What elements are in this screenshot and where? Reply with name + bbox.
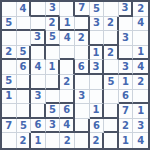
cell-r2c8[interactable]: 2 (104, 17, 119, 32)
given-digit: 7 (78, 3, 85, 13)
cell-r2c2[interactable] (17, 17, 32, 32)
given-digit: 5 (49, 32, 56, 42)
cell-r10c6[interactable] (75, 133, 90, 148)
cell-r1c8[interactable] (104, 2, 119, 17)
given-digit: 4 (137, 136, 144, 146)
cell-r4c2[interactable]: 5 (17, 46, 32, 61)
given-digit: 2 (49, 18, 56, 28)
cell-r10c4[interactable] (46, 133, 61, 148)
given-digit: 3 (49, 3, 56, 13)
given-digit: 2 (19, 136, 26, 146)
given-digit: 3 (137, 121, 144, 131)
cell-r10c8[interactable] (104, 133, 119, 148)
given-digit: 1 (137, 106, 144, 116)
cell-r1c10[interactable]: 2 (133, 2, 148, 17)
given-digit: 2 (137, 4, 144, 14)
cell-r8c8[interactable] (104, 104, 119, 119)
cell-r3c2[interactable] (17, 31, 32, 46)
given-digit: 7 (122, 106, 129, 116)
cell-r1c4[interactable]: 3 (46, 2, 61, 17)
given-digit: 4 (35, 62, 42, 72)
cell-r1c3[interactable] (31, 2, 46, 17)
cell-r9c9[interactable]: 2 (119, 119, 134, 134)
given-digit: 5 (49, 105, 56, 115)
cell-r8c5[interactable]: 6 (60, 104, 75, 119)
given-digit: 2 (5, 47, 12, 57)
given-digit: 1 (64, 18, 71, 28)
cell-r8c2[interactable] (17, 104, 32, 119)
cell-r8c10[interactable]: 1 (133, 104, 148, 119)
cell-r3c8[interactable] (104, 31, 119, 46)
cell-r6c3[interactable] (31, 75, 46, 90)
cell-r4c1[interactable]: 2 (2, 46, 17, 61)
cell-r3c1[interactable] (2, 31, 17, 46)
cell-r9c7[interactable]: 6 (90, 119, 105, 134)
cell-r2c4[interactable]: 2 (46, 17, 61, 32)
given-digit: 5 (5, 18, 12, 28)
cell-r9c5[interactable]: 4 (60, 119, 75, 134)
cell-r6c5[interactable]: 2 (60, 75, 75, 90)
given-digit: 5 (93, 4, 100, 14)
cell-r9c8[interactable] (104, 119, 119, 134)
cell-r9c2[interactable]: 5 (17, 119, 32, 134)
given-digit: 3 (92, 62, 99, 72)
cell-r1c1[interactable] (2, 2, 17, 17)
given-digit: 1 (137, 47, 144, 57)
cell-r5c5[interactable] (60, 60, 75, 75)
cell-r5c6[interactable]: 6 (75, 60, 90, 75)
cell-r5c2[interactable]: 6 (17, 60, 32, 75)
cell-r2c10[interactable]: 4 (133, 17, 148, 32)
given-digit: 2 (63, 77, 70, 87)
given-digit: 2 (92, 136, 99, 146)
given-digit: 6 (35, 120, 42, 130)
cell-r4c10[interactable]: 1 (133, 46, 148, 61)
cell-r5c3[interactable]: 4 (31, 60, 46, 75)
given-digit: 3 (78, 91, 85, 101)
given-digit: 3 (49, 120, 56, 130)
cell-r5c9[interactable]: 3 (119, 60, 134, 75)
cell-r4c3[interactable] (31, 46, 46, 61)
puzzle-board: 4375325213243542325121641633452512133656… (0, 0, 150, 150)
cell-r2c6[interactable] (75, 17, 90, 32)
cell-r6c10[interactable]: 2 (133, 75, 148, 90)
cell-r10c2[interactable]: 2 (17, 133, 32, 148)
cell-r3c5[interactable]: 4 (60, 31, 75, 46)
given-digit: 5 (5, 76, 12, 86)
cell-r10c10[interactable]: 4 (133, 133, 148, 148)
given-digit: 6 (63, 105, 70, 115)
cell-r3c9[interactable]: 3 (119, 31, 134, 46)
given-digit: 6 (78, 62, 85, 72)
given-digit: 1 (5, 91, 12, 101)
given-digit: 6 (93, 121, 100, 131)
given-digit: 4 (19, 4, 26, 14)
cell-r3c10[interactable] (133, 31, 148, 46)
cell-r10c9[interactable]: 1 (119, 133, 134, 148)
given-digit: 1 (35, 136, 42, 146)
cell-r2c5[interactable]: 1 (60, 17, 75, 32)
cell-r7c10[interactable] (133, 90, 148, 105)
given-digit: 1 (92, 48, 99, 58)
given-digit: 3 (122, 33, 129, 43)
cell-r4c5[interactable] (60, 46, 75, 61)
cell-r9c1[interactable]: 7 (2, 119, 17, 134)
given-digit: 5 (19, 47, 26, 57)
cell-r9c3[interactable]: 6 (31, 119, 46, 134)
cell-r8c1[interactable] (2, 104, 17, 119)
cell-r2c1[interactable]: 5 (2, 17, 17, 32)
given-digit: 5 (20, 121, 27, 131)
cell-r2c9[interactable] (119, 17, 134, 32)
given-digit: 6 (122, 91, 129, 101)
given-digit: 4 (64, 33, 71, 43)
cell-r8c4[interactable]: 5 (46, 104, 61, 119)
cell-r4c7[interactable]: 1 (90, 46, 105, 61)
cell-r7c4[interactable] (46, 90, 61, 105)
given-digit: 3 (35, 91, 42, 101)
cell-r5c8[interactable] (104, 60, 119, 75)
cell-r6c8[interactable]: 5 (104, 75, 119, 90)
cell-r8c3[interactable] (31, 104, 46, 119)
given-digit: 1 (49, 62, 56, 72)
cell-r10c3[interactable]: 1 (31, 133, 46, 148)
cell-r4c6[interactable] (75, 46, 90, 61)
cell-r7c3[interactable]: 3 (31, 90, 46, 105)
cell-r8c9[interactable]: 7 (119, 104, 134, 119)
cell-r5c1[interactable] (2, 60, 17, 75)
cell-r6c9[interactable]: 1 (119, 75, 134, 90)
given-digit: 2 (107, 18, 114, 28)
given-digit: 3 (34, 32, 41, 42)
cell-r4c4[interactable] (46, 46, 61, 61)
given-digit: 4 (137, 62, 144, 72)
cell-r7c9[interactable]: 6 (119, 90, 134, 105)
given-digit: 1 (122, 77, 129, 87)
cell-r10c5[interactable]: 2 (60, 133, 75, 148)
cell-r7c1[interactable]: 1 (2, 90, 17, 105)
given-digit: 3 (122, 62, 129, 72)
cell-r1c7[interactable]: 5 (90, 2, 105, 17)
cell-r3c3[interactable]: 3 (31, 31, 46, 46)
cell-r4c8[interactable]: 2 (104, 46, 119, 61)
cell-r10c1[interactable] (2, 133, 17, 148)
given-digit: 2 (137, 77, 144, 87)
given-digit: 6 (19, 62, 26, 72)
cell-r9c10[interactable]: 3 (133, 119, 148, 134)
cell-r6c7[interactable] (90, 75, 105, 90)
cell-r2c3[interactable] (31, 17, 46, 32)
given-digit: 5 (108, 77, 115, 87)
given-digit: 2 (78, 33, 85, 43)
cell-r9c6[interactable] (75, 119, 90, 134)
cell-r7c5[interactable] (60, 90, 75, 105)
cell-r7c6[interactable]: 3 (75, 90, 90, 105)
cell-r6c6[interactable] (75, 75, 90, 90)
cell-r1c2[interactable]: 4 (17, 2, 32, 17)
cell-r7c2[interactable] (17, 90, 32, 105)
cell-r7c8[interactable] (104, 90, 119, 105)
cell-r1c9[interactable]: 3 (119, 2, 134, 17)
cell-r6c2[interactable] (17, 75, 32, 90)
cell-r5c10[interactable]: 4 (133, 60, 148, 75)
cell-r3c4[interactable]: 5 (46, 31, 61, 46)
cell-r3c6[interactable]: 2 (75, 31, 90, 46)
cell-r8c7[interactable]: 1 (90, 104, 105, 119)
given-digit: 2 (107, 48, 114, 58)
given-digit: 1 (92, 105, 99, 115)
cell-r4c9[interactable] (119, 46, 134, 61)
cell-r6c1[interactable]: 5 (2, 75, 17, 90)
given-digit: 4 (137, 18, 144, 28)
cell-r8c6[interactable] (75, 104, 90, 119)
cell-r2c7[interactable]: 3 (90, 17, 105, 32)
given-digit: 2 (122, 121, 129, 131)
given-digit: 4 (63, 120, 70, 130)
cell-r9c4[interactable]: 3 (46, 119, 61, 134)
given-digit: 1 (122, 136, 129, 146)
given-digit: 7 (5, 121, 12, 131)
cell-r5c4[interactable]: 1 (46, 60, 61, 75)
cell-r7c7[interactable] (90, 90, 105, 105)
given-digit: 3 (93, 18, 100, 28)
cell-r1c5[interactable] (60, 2, 75, 17)
cell-r3c7[interactable] (90, 31, 105, 46)
cell-r10c7[interactable]: 2 (90, 133, 105, 148)
cell-r5c7[interactable]: 3 (90, 60, 105, 75)
cell-r6c4[interactable] (46, 75, 61, 90)
cell-r1c6[interactable]: 7 (75, 2, 90, 17)
given-digit: 3 (122, 3, 129, 13)
given-digit: 2 (64, 136, 71, 146)
